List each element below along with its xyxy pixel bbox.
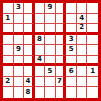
cell-r1c5: 9 [45, 3, 56, 14]
cell-r2c6[interactable] [56, 14, 67, 25]
cell-r8c2[interactable] [14, 77, 25, 88]
cell-r5c7: 5 [66, 45, 77, 56]
cell-r7c5: 5 [45, 66, 56, 77]
cell-r9c8[interactable] [77, 87, 88, 98]
cell-r1c1[interactable] [3, 3, 14, 14]
cell-r4c3[interactable] [24, 35, 35, 46]
cell-r8c6: 7 [56, 77, 67, 88]
cell-r4c4: 8 [35, 35, 46, 46]
cell-r5c6[interactable] [56, 45, 67, 56]
cell-r2c2[interactable] [14, 14, 25, 25]
cell-r1c7[interactable] [66, 3, 77, 14]
cell-r1c8[interactable] [77, 3, 88, 14]
cell-r4c9[interactable] [87, 35, 98, 46]
cell-r9c3: 8 [24, 87, 35, 98]
sudoku-board: 39142839545612478 [0, 0, 101, 101]
cell-r9c7[interactable] [66, 87, 77, 98]
cell-r3c5[interactable] [45, 24, 56, 35]
cell-r6c3[interactable] [24, 56, 35, 67]
cell-r3c7[interactable] [66, 24, 77, 35]
cell-r9c2[interactable] [14, 87, 25, 98]
cell-r8c5[interactable] [45, 77, 56, 88]
cell-r5c1[interactable] [3, 45, 14, 56]
cell-r8c1: 2 [3, 77, 14, 88]
cell-r7c4[interactable] [35, 66, 46, 77]
cell-r4c7: 3 [66, 35, 77, 46]
cell-r4c2[interactable] [14, 35, 25, 46]
cell-r9c5[interactable] [45, 87, 56, 98]
cell-r1c4[interactable] [35, 3, 46, 14]
cell-r6c6[interactable] [56, 56, 67, 67]
cell-r9c4[interactable] [35, 87, 46, 98]
cell-r4c1[interactable] [3, 35, 14, 46]
cell-r3c9[interactable] [87, 24, 98, 35]
cell-r2c9[interactable] [87, 14, 98, 25]
cell-r7c6[interactable] [56, 66, 67, 77]
cell-r8c3: 4 [24, 77, 35, 88]
cell-r1c3[interactable] [24, 3, 35, 14]
cell-r8c9[interactable] [87, 77, 98, 88]
cell-r6c1[interactable] [3, 56, 14, 67]
cell-r7c1[interactable] [3, 66, 14, 77]
cell-r1c6[interactable] [56, 3, 67, 14]
cell-r9c6[interactable] [56, 87, 67, 98]
cell-r8c4[interactable] [35, 77, 46, 88]
cell-r1c2: 3 [14, 3, 25, 14]
cell-r7c3[interactable] [24, 66, 35, 77]
cell-r4c6[interactable] [56, 35, 67, 46]
cell-r7c2[interactable] [14, 66, 25, 77]
cell-r4c5[interactable] [45, 35, 56, 46]
cell-r2c4[interactable] [35, 14, 46, 25]
cell-r3c8: 2 [77, 24, 88, 35]
cell-r3c6[interactable] [56, 24, 67, 35]
cell-r5c3[interactable] [24, 45, 35, 56]
cell-r8c8[interactable] [77, 77, 88, 88]
cell-r5c5[interactable] [45, 45, 56, 56]
cell-r3c1[interactable] [3, 24, 14, 35]
cell-r6c8[interactable] [77, 56, 88, 67]
cell-r2c7[interactable] [66, 14, 77, 25]
cell-r5c8[interactable] [77, 45, 88, 56]
cell-r5c9[interactable] [87, 45, 98, 56]
cell-r7c7: 6 [66, 66, 77, 77]
cell-r3c3[interactable] [24, 24, 35, 35]
cell-r2c3[interactable] [24, 14, 35, 25]
cell-r6c9[interactable] [87, 56, 98, 67]
cell-r7c9: 1 [87, 66, 98, 77]
cell-r4c8[interactable] [77, 35, 88, 46]
cell-r9c9[interactable] [87, 87, 98, 98]
cell-r2c5[interactable] [45, 14, 56, 25]
cell-r7c8[interactable] [77, 66, 88, 77]
cell-r3c4[interactable] [35, 24, 46, 35]
cell-r1c9[interactable] [87, 3, 98, 14]
cell-r6c7[interactable] [66, 56, 77, 67]
cell-r3c2[interactable] [14, 24, 25, 35]
cell-r6c5[interactable] [45, 56, 56, 67]
cell-r2c1: 1 [3, 14, 14, 25]
cell-r6c4: 4 [35, 56, 46, 67]
cell-r5c2: 9 [14, 45, 25, 56]
cell-r8c7[interactable] [66, 77, 77, 88]
cell-r6c2[interactable] [14, 56, 25, 67]
cell-r9c1[interactable] [3, 87, 14, 98]
